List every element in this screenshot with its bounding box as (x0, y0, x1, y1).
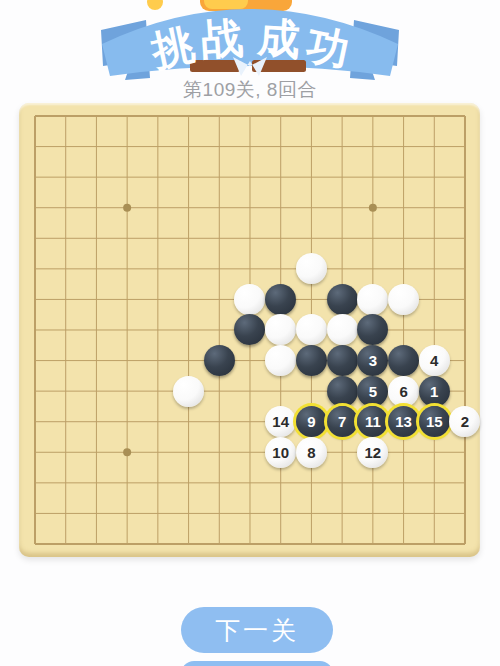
move-12-stone: 12 (357, 437, 388, 468)
star-point (369, 204, 377, 212)
next-level-button-label: 下一关 (215, 614, 299, 647)
black-stone (204, 345, 235, 376)
black-stone (265, 284, 296, 315)
next-level-button[interactable]: 下一关 (181, 607, 333, 653)
trophy-icon (147, 0, 292, 11)
move-7-stone: 7 (327, 406, 358, 437)
black-stone (327, 376, 358, 407)
black-stone (388, 345, 419, 376)
black-stone (327, 284, 358, 315)
move-8-stone: 8 (296, 437, 327, 468)
move-9-stone: 9 (296, 406, 327, 437)
move-4-stone: 4 (419, 345, 450, 376)
app-screen: 挑 战 成 功 第109关, 8回合 345611497111315210812… (0, 0, 500, 666)
move-5-stone: 5 (357, 376, 388, 407)
white-stone (173, 376, 204, 407)
black-stone (327, 345, 358, 376)
level-round-info: 第109关, 8回合 (0, 77, 500, 103)
move-1-stone: 1 (419, 376, 450, 407)
rod-left (190, 60, 240, 72)
black-stone (296, 345, 327, 376)
move-6-stone: 6 (388, 376, 419, 407)
star-point (123, 448, 131, 456)
board[interactable]: 345611497111315210812 (19, 103, 480, 557)
partial-bottom-button[interactable] (181, 661, 333, 666)
white-stone (388, 284, 419, 315)
white-stone (327, 314, 358, 345)
star-point (123, 204, 131, 212)
move-10-stone: 10 (265, 437, 296, 468)
move-15-stone: 15 (419, 406, 450, 437)
